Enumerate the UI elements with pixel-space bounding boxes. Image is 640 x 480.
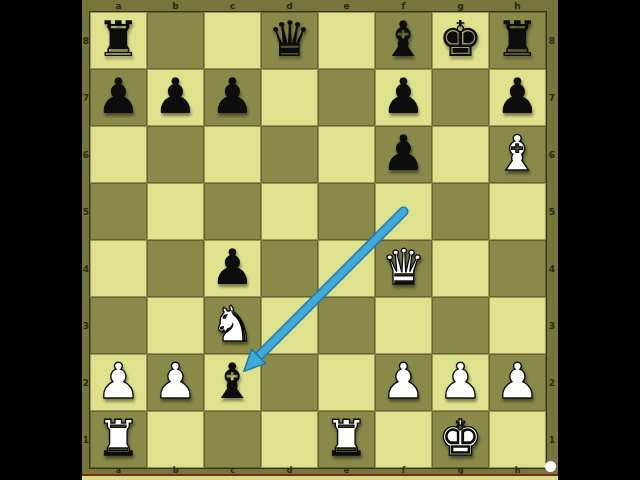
piece-black-pawn: ♟: [147, 69, 204, 126]
square-e7: [318, 69, 375, 126]
file-labels-top-e: e: [318, 1, 375, 12]
square-e1: ♜: [318, 411, 375, 468]
square-c8: [204, 12, 261, 69]
square-d6: [261, 126, 318, 183]
square-a8: ♜: [90, 12, 147, 69]
square-d3: [261, 297, 318, 354]
square-a4: [90, 240, 147, 297]
square-f3: [375, 297, 432, 354]
board-bottom-edge: [82, 476, 558, 480]
rank-labels-left: 87654321: [82, 12, 90, 468]
square-c6: [204, 126, 261, 183]
square-g4: [432, 240, 489, 297]
square-e2: [318, 354, 375, 411]
piece-white-king: ♚: [432, 411, 489, 468]
rank-labels-left-1: 1: [82, 411, 90, 468]
square-b5: [147, 183, 204, 240]
square-g8: ♚: [432, 12, 489, 69]
square-d5: [261, 183, 318, 240]
board-grid: ♜♛♝♚♜♟♟♟♟♟♟♝♟♛♞♟♟♝♟♟♟♜♜♚: [90, 12, 546, 468]
square-f6: ♟: [375, 126, 432, 183]
square-f4: ♛: [375, 240, 432, 297]
square-a3: [90, 297, 147, 354]
piece-white-pawn: ♟: [90, 354, 147, 411]
square-f7: ♟: [375, 69, 432, 126]
square-c7: ♟: [204, 69, 261, 126]
piece-white-rook: ♜: [318, 411, 375, 468]
square-b3: [147, 297, 204, 354]
square-c2: ♝: [204, 354, 261, 411]
piece-white-knight: ♞: [204, 297, 261, 354]
piece-black-bishop: ♝: [375, 12, 432, 69]
rank-labels-left-4: 4: [82, 240, 90, 297]
video-frame: { "game": "chess", "side_to_move": "whit…: [0, 0, 640, 480]
square-h5: [489, 183, 546, 240]
square-e4: [318, 240, 375, 297]
square-e8: [318, 12, 375, 69]
rank-labels-right-8: 8: [546, 12, 558, 69]
piece-white-queen: ♛: [375, 240, 432, 297]
square-a2: ♟: [90, 354, 147, 411]
rank-labels-right-4: 4: [546, 240, 558, 297]
piece-black-rook: ♜: [90, 12, 147, 69]
square-b8: [147, 12, 204, 69]
piece-black-pawn: ♟: [204, 69, 261, 126]
square-d2: [261, 354, 318, 411]
square-g7: [432, 69, 489, 126]
rank-labels-left-2: 2: [82, 354, 90, 411]
piece-white-pawn: ♟: [375, 354, 432, 411]
square-b2: ♟: [147, 354, 204, 411]
chess-board: abcdefgh 87654321 87654321 ♜♛♝♚♜♟♟♟♟♟♟♝♟…: [82, 0, 558, 480]
square-b7: ♟: [147, 69, 204, 126]
rank-labels-right-3: 3: [546, 297, 558, 354]
piece-black-pawn: ♟: [375, 126, 432, 183]
rank-labels-right-2: 2: [546, 354, 558, 411]
square-h3: [489, 297, 546, 354]
square-b1: [147, 411, 204, 468]
square-g2: ♟: [432, 354, 489, 411]
piece-black-pawn: ♟: [204, 240, 261, 297]
rank-labels-right: 87654321: [546, 12, 558, 468]
rank-labels-right-7: 7: [546, 69, 558, 126]
piece-black-pawn: ♟: [489, 69, 546, 126]
piece-black-queen: ♛: [261, 12, 318, 69]
rank-labels-left-8: 8: [82, 12, 90, 69]
rank-labels-left-7: 7: [82, 69, 90, 126]
rank-labels-left-6: 6: [82, 126, 90, 183]
square-g1: ♚: [432, 411, 489, 468]
piece-black-rook: ♜: [489, 12, 546, 69]
square-h6: ♝: [489, 126, 546, 183]
square-c3: ♞: [204, 297, 261, 354]
square-a5: [90, 183, 147, 240]
piece-white-bishop: ♝: [489, 126, 546, 183]
square-h1: [489, 411, 546, 468]
piece-black-pawn: ♟: [375, 69, 432, 126]
piece-white-pawn: ♟: [147, 354, 204, 411]
square-a7: ♟: [90, 69, 147, 126]
square-h4: [489, 240, 546, 297]
square-e5: [318, 183, 375, 240]
square-d8: ♛: [261, 12, 318, 69]
square-a6: [90, 126, 147, 183]
square-e3: [318, 297, 375, 354]
rank-labels-left-3: 3: [82, 297, 90, 354]
square-d4: [261, 240, 318, 297]
square-b4: [147, 240, 204, 297]
rank-labels-right-6: 6: [546, 126, 558, 183]
rank-labels-right-5: 5: [546, 183, 558, 240]
piece-black-king: ♚: [432, 12, 489, 69]
square-c4: ♟: [204, 240, 261, 297]
square-h7: ♟: [489, 69, 546, 126]
piece-white-pawn: ♟: [489, 354, 546, 411]
square-f1: [375, 411, 432, 468]
piece-white-rook: ♜: [90, 411, 147, 468]
square-g6: [432, 126, 489, 183]
square-f5: [375, 183, 432, 240]
white-to-move-indicator: [545, 461, 556, 472]
file-labels-top-c: c: [204, 1, 261, 12]
rank-labels-right-1: 1: [546, 411, 558, 468]
square-f8: ♝: [375, 12, 432, 69]
piece-black-pawn: ♟: [90, 69, 147, 126]
square-b6: [147, 126, 204, 183]
piece-white-pawn: ♟: [432, 354, 489, 411]
square-h8: ♜: [489, 12, 546, 69]
square-c1: [204, 411, 261, 468]
square-c5: [204, 183, 261, 240]
file-labels-top-b: b: [147, 1, 204, 12]
square-a1: ♜: [90, 411, 147, 468]
square-f2: ♟: [375, 354, 432, 411]
square-g3: [432, 297, 489, 354]
square-h2: ♟: [489, 354, 546, 411]
square-d1: [261, 411, 318, 468]
piece-black-bishop: ♝: [204, 354, 261, 411]
square-e6: [318, 126, 375, 183]
rank-labels-left-5: 5: [82, 183, 90, 240]
square-d7: [261, 69, 318, 126]
square-g5: [432, 183, 489, 240]
